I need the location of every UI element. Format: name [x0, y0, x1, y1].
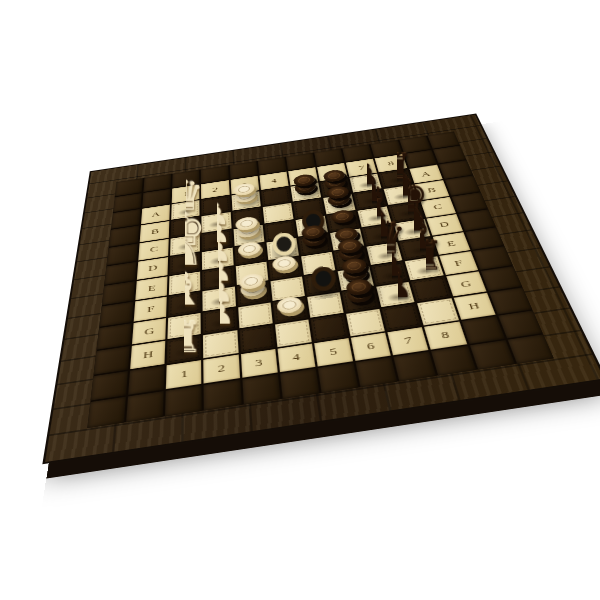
dark-checker-C6: [330, 209, 355, 225]
coordinate-label: 3: [255, 356, 263, 369]
frame-tile: [473, 246, 513, 270]
frame-tile: [126, 391, 164, 422]
frame-tile: [102, 281, 135, 305]
coordinate-label: H: [467, 300, 481, 313]
coordinate-label: A: [151, 210, 160, 219]
coordinate-label: F: [453, 258, 464, 269]
cream-checker-G4: [276, 296, 302, 315]
coordinate-label: E: [148, 283, 157, 294]
frame-corner-tile: [461, 316, 504, 344]
square-G3: [238, 303, 273, 329]
coordinate-label: 2: [218, 362, 226, 375]
square-H1: ♜: [167, 336, 201, 364]
frame-tile: [394, 351, 437, 381]
frame-tile: [356, 357, 398, 387]
coordinate-label: D: [148, 263, 158, 274]
frame-tile: [258, 157, 287, 175]
coordinate-label: H: [143, 348, 154, 361]
coordinate-label: F: [147, 303, 155, 315]
frame-tile: [91, 371, 128, 401]
frame-tile: [458, 209, 495, 231]
square-G5: [307, 292, 344, 318]
frame-tile: [242, 374, 280, 405]
frame-tile: [427, 132, 459, 149]
coordinate-label: E: [445, 238, 456, 248]
label-front-7: 7: [388, 327, 429, 355]
label-front-3: 3: [241, 349, 278, 378]
board-grid: 12345678A♛♟♜AB♟♟♞BC♚♟♝♚CD♞♟♟♞DE♟♛♝EF♝♟♟♜…: [87, 132, 553, 428]
label-left-D: D: [137, 257, 168, 280]
square-F3: [237, 282, 271, 307]
frame-tile: [280, 368, 319, 398]
square-E4: [268, 257, 302, 280]
square-H6: [346, 309, 385, 336]
square-H7: [382, 304, 422, 331]
label-front-1: 1: [166, 360, 202, 389]
frame-tile: [165, 385, 202, 416]
label-front-5: 5: [314, 338, 353, 367]
frame-tile: [507, 334, 553, 363]
label-right-G: G: [446, 272, 486, 297]
frame-tile: [87, 397, 126, 428]
label-right-H: H: [453, 293, 495, 319]
label-right-F: F: [439, 251, 478, 275]
square-G7: ♟: [377, 282, 416, 307]
coordinate-label: D: [438, 220, 450, 230]
frame-tile: [204, 380, 241, 411]
coordinate-label: 5: [329, 345, 338, 358]
coordinate-label: C: [150, 244, 159, 254]
coordinate-label: B: [151, 227, 159, 237]
frame-tile: [104, 262, 136, 285]
frame-tile: [318, 363, 358, 393]
coordinate-label: 7: [403, 334, 413, 347]
cream-checker-tilted-D4: [272, 232, 296, 256]
coordinate-label: G: [459, 278, 473, 290]
label-front-4: 4: [277, 343, 315, 372]
label-left-E: E: [135, 276, 167, 300]
coordinate-label: 4: [270, 177, 277, 185]
coordinate-label: 1: [180, 368, 187, 381]
product-photo-stage: 12345678A♛♟♜AB♟♟♞BC♚♟♝♚CD♞♟♟♞DE♟♛♝EF♝♟♟♜…: [0, 0, 600, 600]
coordinate-label: 6: [366, 340, 376, 353]
frame-tile: [451, 192, 487, 213]
frame-tile: [470, 340, 515, 370]
coordinate-label: G: [144, 325, 155, 338]
coordinate-label: 8: [440, 329, 451, 342]
label-front-6: 6: [351, 332, 391, 360]
square-H3: [239, 325, 275, 352]
label-front-8: 8: [424, 321, 466, 349]
frame-tile: [113, 193, 142, 212]
frame-tile: [489, 288, 532, 314]
cream-checker-E4: [272, 255, 297, 272]
frame-tile: [465, 227, 504, 250]
frame-corner-tile: [128, 365, 164, 394]
square-H8: [418, 298, 459, 325]
frame-tile: [498, 310, 542, 338]
square-H2: [203, 330, 238, 358]
square-H5: [311, 314, 349, 341]
square-H4: [275, 320, 312, 347]
frame-tile: [432, 346, 476, 376]
coordinate-label: 4: [292, 351, 301, 364]
frame-tile: [107, 243, 138, 265]
label-front-2: 2: [204, 354, 240, 383]
coordinate-label: 2: [212, 185, 218, 193]
dark-checker-tilted-F5: [311, 266, 337, 292]
frame-tile: [99, 302, 133, 327]
label-left-H: H: [130, 341, 165, 369]
